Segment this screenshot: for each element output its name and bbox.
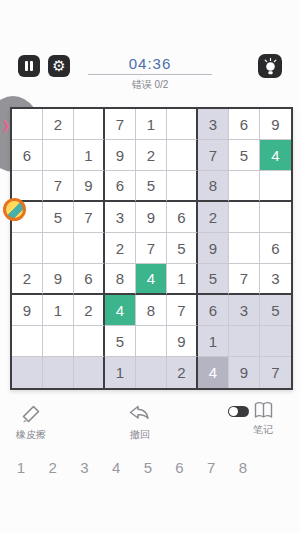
cell-r4c7[interactable]: 2 bbox=[198, 202, 229, 233]
undo-arrow-icon bbox=[128, 402, 152, 426]
mascot-chevron-icon: ❯ bbox=[1, 119, 10, 132]
cell-r9c4[interactable]: 1 bbox=[105, 357, 136, 388]
cell-r4c2[interactable]: 5 bbox=[43, 202, 74, 233]
cell-r8c3[interactable] bbox=[74, 326, 105, 357]
cell-r4c3[interactable]: 7 bbox=[74, 202, 105, 233]
cell-r7c9[interactable]: 5 bbox=[260, 295, 291, 326]
numpad-key-2[interactable]: 2 bbox=[46, 459, 60, 476]
cell-r7c4[interactable]: 4 bbox=[105, 295, 136, 326]
cell-r3c3[interactable]: 9 bbox=[74, 171, 105, 202]
cell-r2c4[interactable]: 9 bbox=[105, 140, 136, 171]
cell-r7c5[interactable]: 8 bbox=[136, 295, 167, 326]
cell-r3c2[interactable]: 7 bbox=[43, 171, 74, 202]
cell-r9c1[interactable] bbox=[12, 357, 43, 388]
numpad-key-6[interactable]: 6 bbox=[173, 459, 187, 476]
cell-r9c3[interactable] bbox=[74, 357, 105, 388]
cell-r1c1[interactable] bbox=[12, 109, 43, 140]
mistakes-counter: 错误 0/2 bbox=[0, 78, 300, 92]
cell-r5c6[interactable]: 5 bbox=[167, 233, 198, 264]
cell-r3c9[interactable] bbox=[260, 171, 291, 202]
cell-r7c6[interactable]: 7 bbox=[167, 295, 198, 326]
eraser-button[interactable]: 橡皮擦 bbox=[8, 402, 54, 442]
cell-r6c4[interactable]: 8 bbox=[105, 264, 136, 295]
cell-r5c4[interactable]: 2 bbox=[105, 233, 136, 264]
eraser-label: 橡皮擦 bbox=[8, 428, 54, 442]
cell-r4c5[interactable]: 9 bbox=[136, 202, 167, 233]
numpad-key-5[interactable]: 5 bbox=[141, 459, 155, 476]
cell-r2c3[interactable]: 1 bbox=[74, 140, 105, 171]
cell-r8c6[interactable]: 9 bbox=[167, 326, 198, 357]
numpad-key-1[interactable]: 1 bbox=[14, 459, 28, 476]
cell-r3c5[interactable]: 5 bbox=[136, 171, 167, 202]
cell-r1c5[interactable]: 1 bbox=[136, 109, 167, 140]
cell-r7c7[interactable]: 6 bbox=[198, 295, 229, 326]
cell-r7c1[interactable]: 9 bbox=[12, 295, 43, 326]
cell-r1c3[interactable] bbox=[74, 109, 105, 140]
cell-r6c9[interactable]: 3 bbox=[260, 264, 291, 295]
cell-r6c5[interactable]: 4 bbox=[136, 264, 167, 295]
cell-r8c9[interactable] bbox=[260, 326, 291, 357]
cell-r4c8[interactable] bbox=[229, 202, 260, 233]
bulb-icon bbox=[263, 58, 278, 75]
notes-label: 笔记 bbox=[240, 423, 286, 437]
hint-button[interactable] bbox=[258, 54, 282, 78]
cell-r6c2[interactable]: 9 bbox=[43, 264, 74, 295]
numpad-key-4[interactable]: 4 bbox=[109, 459, 123, 476]
cell-r6c1[interactable]: 2 bbox=[12, 264, 43, 295]
cell-r2c6[interactable] bbox=[167, 140, 198, 171]
cell-r4c4[interactable]: 3 bbox=[105, 202, 136, 233]
cell-r8c4[interactable]: 5 bbox=[105, 326, 136, 357]
undo-label: 撤回 bbox=[117, 428, 163, 442]
cell-r7c8[interactable]: 3 bbox=[229, 295, 260, 326]
cell-r1c7[interactable]: 3 bbox=[198, 109, 229, 140]
numpad-key-7[interactable]: 7 bbox=[204, 459, 218, 476]
cell-r3c6[interactable] bbox=[167, 171, 198, 202]
cell-r6c3[interactable]: 6 bbox=[74, 264, 105, 295]
numpad-key-3[interactable]: 3 bbox=[77, 459, 91, 476]
cell-r8c8[interactable] bbox=[229, 326, 260, 357]
cell-r5c7[interactable]: 9 bbox=[198, 233, 229, 264]
notebook-icon bbox=[252, 400, 275, 421]
cell-r9c7[interactable]: 4 bbox=[198, 357, 229, 388]
cell-r9c2[interactable] bbox=[43, 357, 74, 388]
cell-r8c7[interactable]: 1 bbox=[198, 326, 229, 357]
notes-button[interactable]: 笔记 bbox=[240, 400, 286, 437]
cell-r7c3[interactable]: 2 bbox=[74, 295, 105, 326]
cell-r6c7[interactable]: 5 bbox=[198, 264, 229, 295]
cell-r1c4[interactable]: 7 bbox=[105, 109, 136, 140]
cell-r5c9[interactable]: 6 bbox=[260, 233, 291, 264]
cell-r1c8[interactable]: 6 bbox=[229, 109, 260, 140]
number-pad: 12345678 bbox=[14, 459, 250, 476]
cell-r7c2[interactable]: 1 bbox=[43, 295, 74, 326]
cell-r4c6[interactable]: 6 bbox=[167, 202, 198, 233]
cell-r2c5[interactable]: 2 bbox=[136, 140, 167, 171]
cell-r9c5[interactable] bbox=[136, 357, 167, 388]
cell-r3c7[interactable]: 8 bbox=[198, 171, 229, 202]
cell-r2c1[interactable]: 6 bbox=[12, 140, 43, 171]
cell-r6c6[interactable]: 1 bbox=[167, 264, 198, 295]
cell-r6c8[interactable]: 7 bbox=[229, 264, 260, 295]
cell-r2c2[interactable] bbox=[43, 140, 74, 171]
eraser-icon bbox=[19, 402, 43, 426]
cell-r3c8[interactable] bbox=[229, 171, 260, 202]
cell-r5c2[interactable] bbox=[43, 233, 74, 264]
undo-button[interactable]: 撤回 bbox=[117, 402, 163, 442]
cell-r5c5[interactable]: 7 bbox=[136, 233, 167, 264]
numpad-key-8[interactable]: 8 bbox=[236, 459, 250, 476]
sudoku-board[interactable]: 2713696192754796585739622759629684157391… bbox=[10, 107, 293, 390]
cell-r1c2[interactable]: 2 bbox=[43, 109, 74, 140]
cell-r1c6[interactable] bbox=[167, 109, 198, 140]
cell-r2c7[interactable]: 7 bbox=[198, 140, 229, 171]
cell-r1c9[interactable]: 9 bbox=[260, 109, 291, 140]
avatar-badge[interactable] bbox=[3, 198, 26, 221]
cell-r8c1[interactable] bbox=[12, 326, 43, 357]
cell-r5c3[interactable] bbox=[74, 233, 105, 264]
timer: 04:36 bbox=[0, 55, 300, 72]
cell-r9c9[interactable]: 7 bbox=[260, 357, 291, 388]
cell-r9c6[interactable]: 2 bbox=[167, 357, 198, 388]
cell-r4c9[interactable] bbox=[260, 202, 291, 233]
cell-r9c8[interactable]: 9 bbox=[229, 357, 260, 388]
timer-underline bbox=[88, 74, 212, 75]
cell-r2c8[interactable]: 5 bbox=[229, 140, 260, 171]
cell-r8c2[interactable] bbox=[43, 326, 74, 357]
cell-r2c9[interactable]: 4 bbox=[260, 140, 291, 171]
cell-r3c4[interactable]: 6 bbox=[105, 171, 136, 202]
cell-r5c1[interactable] bbox=[12, 233, 43, 264]
cell-r8c5[interactable] bbox=[136, 326, 167, 357]
cell-r5c8[interactable] bbox=[229, 233, 260, 264]
